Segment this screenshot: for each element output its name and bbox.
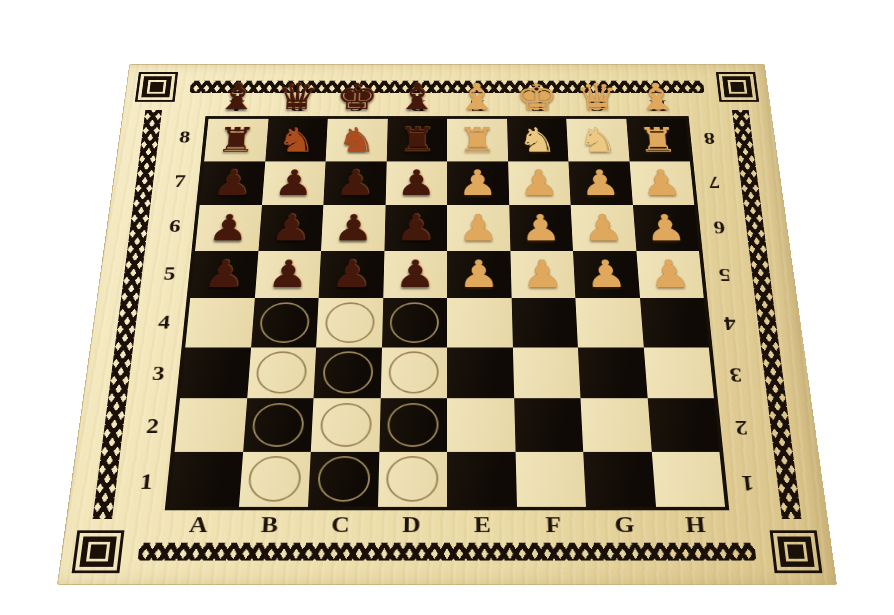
light-pawn-e5[interactable]: ♟ <box>458 255 500 293</box>
square-f5[interactable]: ♟ <box>510 251 575 298</box>
rank-label-left-6: 6 <box>155 204 195 250</box>
dark-pawn-c5[interactable]: ♟ <box>330 255 373 293</box>
square-a3[interactable] <box>180 347 251 398</box>
dark-checker-e3[interactable] <box>455 352 505 394</box>
rank-label-right-4: 4 <box>709 298 751 348</box>
square-c4[interactable] <box>316 298 383 347</box>
square-b7[interactable]: ♟ <box>262 161 326 205</box>
dark-checker-e1[interactable] <box>455 456 508 502</box>
braid-border-bottom <box>138 543 757 561</box>
square-a5[interactable]: ♟ <box>190 251 258 298</box>
dark-checker-e4[interactable] <box>455 302 504 343</box>
file-label-top-e: E <box>447 95 507 116</box>
square-h7[interactable]: ♟ <box>629 161 694 205</box>
file-label-top-f: F <box>507 95 568 116</box>
square-h5[interactable]: ♟ <box>636 251 704 298</box>
square-e3[interactable] <box>447 347 514 398</box>
dark-checker-f1[interactable] <box>524 456 578 502</box>
square-c7[interactable]: ♟ <box>323 161 386 205</box>
light-checker-d1[interactable] <box>386 456 439 502</box>
square-f8[interactable]: ♞ <box>507 119 569 161</box>
dark-pawn-b6[interactable]: ♟ <box>269 210 312 246</box>
square-g5[interactable]: ♟ <box>573 251 640 298</box>
wooden-frame: ABCDEFGH ABCDEFGH 87654321 87654321 ♝♛♚♝… <box>57 64 837 585</box>
square-h3[interactable] <box>643 347 714 398</box>
rank-label-left-1: 1 <box>124 454 169 510</box>
light-checker-b4[interactable] <box>259 302 311 343</box>
square-h4[interactable] <box>640 298 709 347</box>
dark-checker-g2[interactable] <box>589 403 643 447</box>
square-f1[interactable] <box>515 451 586 506</box>
square-d7[interactable]: ♟ <box>385 161 447 205</box>
square-g3[interactable] <box>578 347 647 398</box>
square-g1[interactable] <box>583 451 655 506</box>
file-labels-top: ABCDEFGH <box>205 95 688 116</box>
square-d4[interactable] <box>382 298 447 347</box>
light-pawn-h5[interactable]: ♟ <box>647 255 692 293</box>
corner-motif-top-right <box>716 72 759 102</box>
square-g7[interactable]: ♟ <box>568 161 632 205</box>
file-label-d: D <box>376 510 447 540</box>
light-pawn-e7[interactable]: ♟ <box>458 166 498 201</box>
light-pawn-f6[interactable]: ♟ <box>520 210 562 246</box>
file-label-b: B <box>233 510 306 540</box>
square-h2[interactable] <box>647 398 719 451</box>
file-label-top-h: H <box>627 95 689 116</box>
light-checker-b2[interactable] <box>251 403 305 447</box>
square-d2[interactable] <box>379 398 447 451</box>
square-h6[interactable]: ♟ <box>632 205 698 251</box>
light-checker-b3[interactable] <box>255 352 308 394</box>
dark-checker-f4[interactable] <box>519 302 569 343</box>
square-f4[interactable] <box>511 298 578 347</box>
light-pawn-e6[interactable]: ♟ <box>458 210 499 246</box>
file-label-top-d: D <box>387 95 447 116</box>
corner-motif-top-left <box>135 72 178 102</box>
square-a4[interactable] <box>185 298 254 347</box>
light-pawn-g7[interactable]: ♟ <box>579 166 621 201</box>
rank-label-right-2: 2 <box>720 400 764 454</box>
square-d1[interactable] <box>377 451 447 506</box>
square-a7[interactable]: ♟ <box>200 161 265 205</box>
square-e5[interactable]: ♟ <box>447 251 511 298</box>
file-label-h: H <box>659 510 733 540</box>
square-g8[interactable]: ♞ <box>566 119 629 161</box>
braid-border-top <box>190 81 705 93</box>
dark-pawn-b5[interactable]: ♟ <box>266 255 310 293</box>
dark-rook-d8[interactable]: ♜ <box>397 123 437 157</box>
light-pawn-f7[interactable]: ♟ <box>518 166 559 201</box>
square-d3[interactable] <box>380 347 447 398</box>
square-e2[interactable] <box>447 398 515 451</box>
file-label-top-c: C <box>326 95 387 116</box>
light-pawn-h7[interactable]: ♟ <box>640 166 683 201</box>
square-b2[interactable] <box>243 398 314 451</box>
square-c2[interactable] <box>311 398 380 451</box>
rank-label-left-7: 7 <box>160 159 199 204</box>
square-b8[interactable]: ♞ <box>265 119 328 161</box>
light-knight-f8[interactable]: ♞ <box>517 123 558 157</box>
square-c1[interactable] <box>308 451 379 506</box>
folding-board: ABCDEFGH ABCDEFGH 87654321 87654321 ♝♛♚♝… <box>57 64 837 585</box>
square-d5[interactable]: ♟ <box>383 251 447 298</box>
light-checker-d3[interactable] <box>389 352 439 394</box>
dark-checker-g1[interactable] <box>592 456 647 502</box>
dark-knight-c8[interactable]: ♞ <box>336 123 377 157</box>
square-b1[interactable] <box>238 451 310 506</box>
dark-knight-b8[interactable]: ♞ <box>276 123 317 157</box>
square-g6[interactable]: ♟ <box>571 205 636 251</box>
dark-pawn-c7[interactable]: ♟ <box>334 166 375 201</box>
dark-checker-g3[interactable] <box>586 352 639 394</box>
file-label-top-b: B <box>266 95 327 116</box>
file-labels-bottom: ABCDEFGH <box>162 510 733 540</box>
file-label-top-a: A <box>205 95 267 116</box>
file-label-g: G <box>588 510 661 540</box>
dark-pawn-d7[interactable]: ♟ <box>396 166 436 201</box>
square-a8[interactable]: ♜ <box>204 119 268 161</box>
rank-label-right-7: 7 <box>695 159 734 204</box>
square-b6[interactable]: ♟ <box>258 205 323 251</box>
corner-motif-bottom-left <box>72 530 125 573</box>
rank-label-left-5: 5 <box>149 250 190 298</box>
square-d6[interactable]: ♟ <box>384 205 447 251</box>
light-checker-c4[interactable] <box>324 302 374 343</box>
square-b5[interactable]: ♟ <box>254 251 321 298</box>
dark-pawn-c6[interactable]: ♟ <box>332 210 374 246</box>
rank-label-right-3: 3 <box>714 348 757 400</box>
dark-checker-e2[interactable] <box>455 403 506 447</box>
light-checker-b1[interactable] <box>247 456 302 502</box>
light-rook-h8[interactable]: ♜ <box>637 123 679 157</box>
square-e8[interactable]: ♜ <box>447 119 508 161</box>
dark-checker-g4[interactable] <box>583 302 635 343</box>
light-checker-c2[interactable] <box>319 403 372 447</box>
light-rook-e8[interactable]: ♜ <box>457 123 497 157</box>
light-checker-c1[interactable] <box>317 456 371 502</box>
square-h1[interactable] <box>651 451 725 506</box>
file-label-top-g: G <box>567 95 628 116</box>
square-f2[interactable] <box>514 398 583 451</box>
square-d8[interactable]: ♜ <box>386 119 447 161</box>
square-f3[interactable] <box>512 347 580 398</box>
dark-checker-f2[interactable] <box>522 403 575 447</box>
square-a1[interactable] <box>169 451 243 506</box>
rank-label-right-8: 8 <box>690 116 728 159</box>
dark-pawn-b7[interactable]: ♟ <box>273 166 315 201</box>
light-checker-d4[interactable] <box>390 302 439 343</box>
square-b3[interactable] <box>247 347 316 398</box>
rank-label-right-1: 1 <box>725 454 770 510</box>
game-board: ♜♞♞♜♜♞♞♜♟♟♟♟♟♟♟♟♟♟♟♟♟♟♟♟♟♟♟♟♟♟♟♟ <box>165 116 730 510</box>
file-label-e: E <box>447 510 518 540</box>
light-pawn-h6[interactable]: ♟ <box>644 210 688 246</box>
light-checker-c3[interactable] <box>322 352 374 394</box>
square-c3[interactable] <box>314 347 382 398</box>
square-h8[interactable]: ♜ <box>626 119 690 161</box>
corner-motif-bottom-right <box>770 530 823 573</box>
square-e1[interactable] <box>447 451 517 506</box>
square-e6[interactable]: ♟ <box>447 205 510 251</box>
square-f7[interactable]: ♟ <box>508 161 571 205</box>
square-c5[interactable]: ♟ <box>319 251 384 298</box>
dark-pawn-a5[interactable]: ♟ <box>202 255 247 293</box>
rank-label-right-5: 5 <box>704 250 745 298</box>
light-pawn-g5[interactable]: ♟ <box>584 255 628 293</box>
light-pawn-g6[interactable]: ♟ <box>582 210 625 246</box>
rank-label-left-2: 2 <box>130 400 174 454</box>
square-g4[interactable] <box>575 298 643 347</box>
product-photo-scene: ABCDEFGH ABCDEFGH 87654321 87654321 ♝♛♚♝… <box>0 0 894 615</box>
dark-checker-f3[interactable] <box>521 352 573 394</box>
square-c8[interactable]: ♞ <box>326 119 388 161</box>
square-b4[interactable] <box>251 298 319 347</box>
dark-pawn-d6[interactable]: ♟ <box>395 210 436 246</box>
dark-pawn-a6[interactable]: ♟ <box>206 210 250 246</box>
square-e4[interactable] <box>447 298 512 347</box>
file-label-a: A <box>162 510 236 540</box>
square-c6[interactable]: ♟ <box>321 205 385 251</box>
file-label-f: F <box>518 510 590 540</box>
rank-label-left-8: 8 <box>165 116 203 159</box>
dark-pawn-d5[interactable]: ♟ <box>394 255 436 293</box>
dark-rook-a8[interactable]: ♜ <box>215 123 257 157</box>
light-knight-g8[interactable]: ♞ <box>577 123 618 157</box>
square-a2[interactable] <box>175 398 247 451</box>
rank-label-right-6: 6 <box>699 204 739 250</box>
rank-label-left-4: 4 <box>143 298 185 348</box>
square-a6[interactable]: ♟ <box>195 205 261 251</box>
rank-label-left-3: 3 <box>137 348 180 400</box>
dark-pawn-a7[interactable]: ♟ <box>211 166 254 201</box>
light-checker-d2[interactable] <box>387 403 438 447</box>
square-g2[interactable] <box>580 398 651 451</box>
square-e7[interactable]: ♟ <box>447 161 509 205</box>
square-f6[interactable]: ♟ <box>509 205 573 251</box>
light-pawn-f5[interactable]: ♟ <box>521 255 564 293</box>
file-label-c: C <box>304 510 376 540</box>
